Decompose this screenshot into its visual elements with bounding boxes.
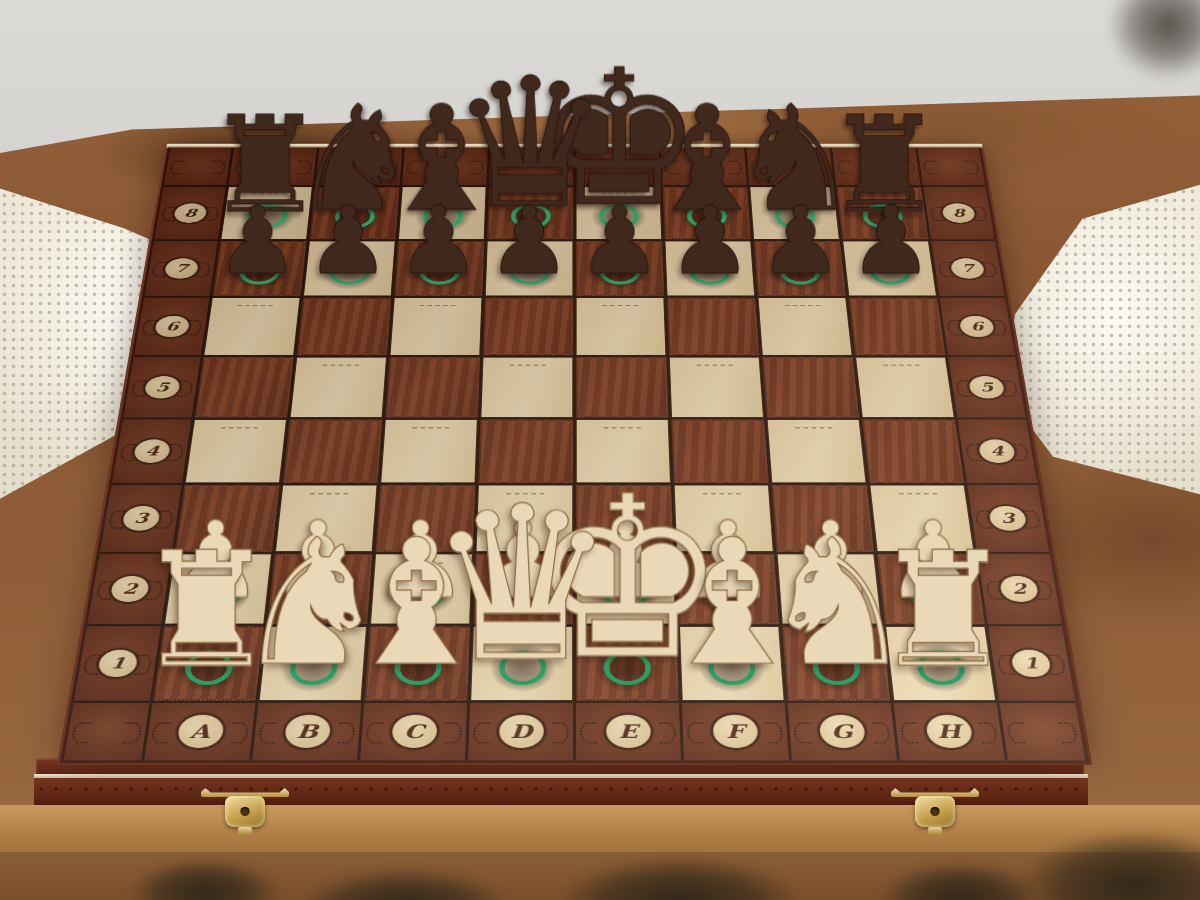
square-d8[interactable] <box>487 187 573 240</box>
board-frame-cell <box>747 148 834 185</box>
board-frame-cell <box>832 148 921 185</box>
square-d6[interactable] <box>483 298 573 356</box>
board-frame-cell: 7 <box>931 241 1004 296</box>
white-knight-g1[interactable]: ♞ <box>760 521 916 686</box>
square-c7[interactable] <box>394 241 484 296</box>
square-f5[interactable] <box>669 357 764 418</box>
chess-board: 8877665544332211ABCDEFGH ♜♞♝♛♚♝♞♜♟♟♟♟♟♟♟… <box>73 0 1076 900</box>
white-queen-d1[interactable]: ♛ <box>426 483 617 686</box>
square-c5[interactable] <box>385 357 480 418</box>
rank-label-left-8: 8 <box>173 203 208 222</box>
square-g7[interactable] <box>753 241 845 296</box>
rank-label-right-6: 6 <box>959 316 995 337</box>
rank-label-right-7: 7 <box>950 258 985 278</box>
scene: 8877665544332211ABCDEFGH ♜♞♝♛♚♝♞♜♟♟♟♟♟♟♟… <box>0 0 1200 900</box>
square-a8[interactable] <box>221 187 313 240</box>
board-frame-cell <box>228 148 317 185</box>
rank-label-left-7: 7 <box>164 258 199 278</box>
square-d7[interactable] <box>485 241 573 296</box>
pieces-layer: ♜♞♝♛♚♝♞♜♟♟♟♟♟♟♟♟♟♟♟♟♟♟♟♟♜♞♝♛♚♝♞♜ <box>64 148 1086 760</box>
rank-label-left-5: 5 <box>144 376 181 398</box>
square-f6[interactable] <box>667 298 760 356</box>
square-h5[interactable] <box>855 357 954 418</box>
square-f7[interactable] <box>665 241 755 296</box>
board-frame-cell: 6 <box>134 298 209 356</box>
board-frame-cell: 5 <box>948 357 1025 418</box>
square-h8[interactable] <box>836 187 928 240</box>
square-g5[interactable] <box>762 357 859 418</box>
square-e5[interactable] <box>576 357 669 418</box>
board-frame-cell <box>576 148 660 185</box>
rank-label-right-8: 8 <box>941 203 976 222</box>
square-c6[interactable] <box>390 298 483 356</box>
square-d5[interactable] <box>480 357 573 418</box>
square-b8[interactable] <box>309 187 399 240</box>
square-b7[interactable] <box>303 241 395 296</box>
square-h7[interactable] <box>842 241 936 296</box>
cell-g1: ♞ <box>782 626 890 700</box>
square-e7[interactable] <box>576 241 664 296</box>
board-frame-cell <box>164 148 232 185</box>
board-frame-cell: 7 <box>144 241 217 296</box>
rank-label-left-6: 6 <box>154 316 190 337</box>
square-a5[interactable] <box>194 357 293 418</box>
board-frame-cell <box>315 148 402 185</box>
cell-d1: ♛ <box>470 626 573 700</box>
square-e6[interactable] <box>576 298 666 356</box>
board-frame-cell <box>402 148 488 185</box>
square-a6[interactable] <box>204 298 301 356</box>
square-g8[interactable] <box>749 187 839 240</box>
rank-label-right-5: 5 <box>968 376 1005 398</box>
square-b6[interactable] <box>297 298 392 356</box>
board-frame-cell <box>918 148 986 185</box>
square-f8[interactable] <box>663 187 751 240</box>
board-frame-cell <box>489 148 573 185</box>
board-frame-cell <box>661 148 747 185</box>
board-frame-cell: 8 <box>154 187 225 240</box>
board-frame-cell: 8 <box>923 187 994 240</box>
board-frame-cell: 6 <box>940 298 1015 356</box>
square-c8[interactable] <box>398 187 486 240</box>
square-e8[interactable] <box>576 187 662 240</box>
square-g6[interactable] <box>758 298 853 356</box>
board-plane: 8877665544332211ABCDEFGH ♜♞♝♛♚♝♞♜♟♟♟♟♟♟♟… <box>64 148 1086 760</box>
square-b5[interactable] <box>290 357 387 418</box>
square-h6[interactable] <box>849 298 946 356</box>
square-a7[interactable] <box>212 241 306 296</box>
board-frame-cell: 5 <box>123 357 200 418</box>
